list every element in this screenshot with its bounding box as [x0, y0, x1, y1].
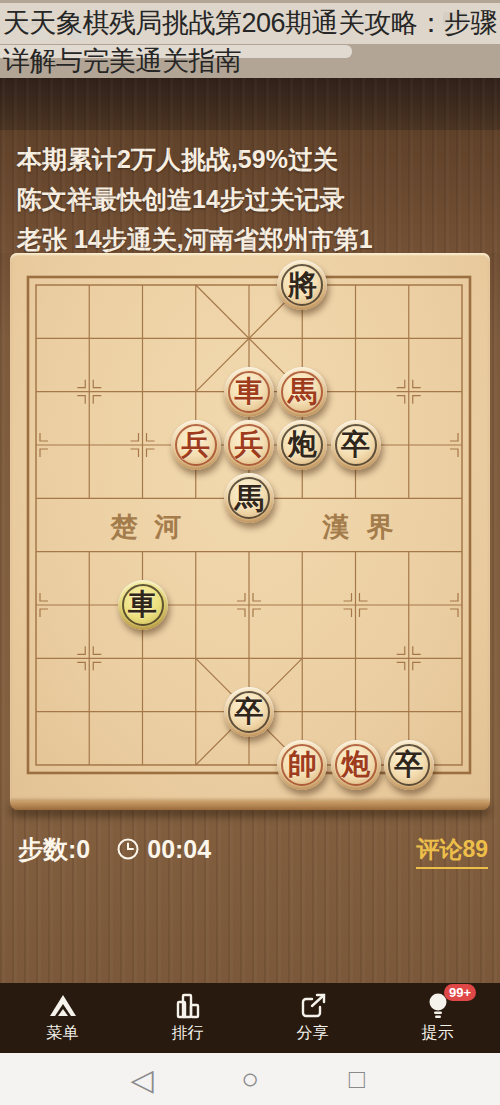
board-edge [10, 801, 490, 810]
piece-black-general[interactable]: 將 [277, 260, 327, 310]
piece-character: 炮 [341, 750, 370, 779]
clock-icon [116, 837, 140, 861]
challenge-stats: 本期累计2万人挑战,59%过关 陈文祥最快创造14步过关记录 老张 14步通关,… [0, 130, 500, 253]
piece-character: 卒 [235, 697, 264, 726]
river-label-left: 楚河 [94, 509, 199, 545]
piece-character: 車 [128, 590, 157, 619]
android-recent-button[interactable]: □ [339, 1053, 375, 1105]
bottom-navbar: 菜单 排行 分享 [0, 983, 500, 1053]
piece-character: 卒 [341, 430, 370, 459]
piece-character: 炮 [288, 430, 317, 459]
piece-character: 車 [235, 377, 264, 406]
menu-icon [48, 992, 78, 1020]
piece-black-soldier[interactable]: 卒 [224, 687, 274, 737]
nav-menu-button[interactable]: 菜单 [0, 983, 125, 1053]
piece-character: 帥 [288, 750, 317, 779]
piece-black-chariot[interactable]: 車 [118, 580, 168, 630]
piece-red-soldier[interactable]: 兵 [171, 420, 221, 470]
android-system-bar: ◁ ○ □ [0, 1053, 500, 1105]
piece-black-horse[interactable]: 馬 [224, 473, 274, 523]
page-title-line1: 天天象棋残局挑战第206期通关攻略：步骤 [3, 4, 500, 42]
piece-black-cannon[interactable]: 炮 [277, 420, 327, 470]
android-back-button[interactable]: ◁ [124, 1053, 160, 1105]
share-icon [298, 992, 328, 1020]
nav-ranking-button[interactable]: 排行 [125, 983, 250, 1053]
river-label-right: 漢界 [306, 509, 411, 545]
ranking-icon [173, 992, 203, 1020]
nav-share-label: 分享 [297, 1023, 329, 1044]
piece-red-cannon[interactable]: 炮 [331, 740, 381, 790]
game-info-bar: 步数:0 00:04 评论89 [0, 820, 500, 878]
comments-link[interactable]: 评论89 [416, 834, 488, 869]
wood-band [0, 78, 500, 130]
app-screen: 12:4 5G 天天象棋残局挑战第206期通关攻略：步骤 详解与完美通关指南 本… [0, 0, 500, 1105]
piece-character: 將 [288, 271, 317, 300]
board-zone: 楚河 漢界 將車馬兵兵炮卒馬車卒帥炮卒 步数:0 00:04 评论89 [0, 253, 500, 983]
stats-record: 陈文祥最快创造14步过关记录 [17, 179, 500, 219]
piece-character: 馬 [288, 377, 317, 406]
timer-value: 00:04 [147, 835, 211, 864]
title-bar: 12:4 5G 天天象棋残局挑战第206期通关攻略：步骤 详解与完美通关指南 [0, 0, 500, 78]
piece-character: 兵 [181, 430, 210, 459]
piece-red-horse[interactable]: 馬 [277, 367, 327, 417]
xiangqi-board[interactable]: 楚河 漢界 將車馬兵兵炮卒馬車卒帥炮卒 [10, 253, 490, 801]
android-home-button[interactable]: ○ [232, 1053, 268, 1105]
nav-share-button[interactable]: 分享 [250, 983, 375, 1053]
hint-count-badge: 99+ [444, 984, 476, 1001]
piece-character: 馬 [235, 484, 264, 513]
nav-hint-label: 提示 [422, 1023, 454, 1044]
stats-participants: 本期累计2万人挑战,59%过关 [17, 139, 500, 179]
piece-red-soldier[interactable]: 兵 [224, 420, 274, 470]
move-counter: 步数:0 [18, 833, 90, 866]
piece-red-chariot[interactable]: 車 [224, 367, 274, 417]
piece-character: 卒 [394, 750, 423, 779]
nav-hint-button[interactable]: 99+ 提示 [375, 983, 500, 1053]
piece-black-soldier[interactable]: 卒 [331, 420, 381, 470]
nav-menu-label: 菜单 [47, 1023, 79, 1044]
piece-character: 兵 [235, 430, 264, 459]
piece-red-general[interactable]: 帥 [277, 740, 327, 790]
piece-black-soldier[interactable]: 卒 [384, 740, 434, 790]
nav-ranking-label: 排行 [172, 1023, 204, 1044]
page-title-line2: 详解与完美通关指南 [3, 42, 500, 78]
